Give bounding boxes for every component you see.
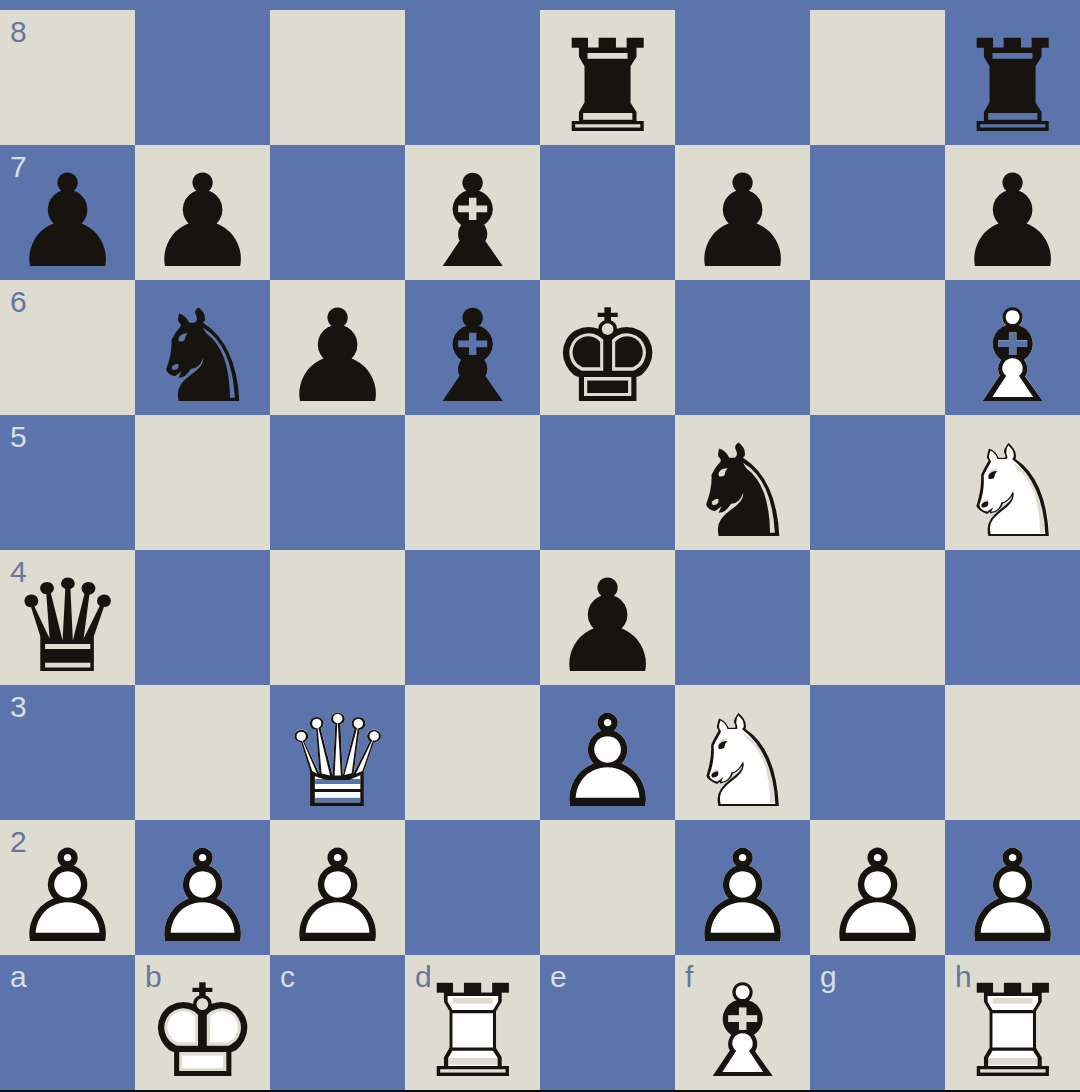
piece-glyph: ♟: [145, 157, 260, 285]
white-knight[interactable]: ♞♘: [945, 415, 1080, 550]
square-f8[interactable]: [675, 10, 810, 145]
black-pawn[interactable]: ♟: [0, 145, 135, 280]
square-c7[interactable]: [270, 145, 405, 280]
square-c3[interactable]: ♛♕: [270, 685, 405, 820]
piece-outline-glyph: ♕: [280, 697, 395, 825]
white-pawn[interactable]: ♟♙: [675, 820, 810, 955]
square-c1[interactable]: c: [270, 955, 405, 1090]
piece-glyph: ♜: [550, 22, 665, 150]
square-c8[interactable]: [270, 10, 405, 145]
square-h1[interactable]: h♜♖: [945, 955, 1080, 1090]
white-rook[interactable]: ♜♖: [405, 955, 540, 1090]
coordinate-label: 6: [10, 287, 27, 317]
square-d7[interactable]: ♝: [405, 145, 540, 280]
black-bishop[interactable]: ♝: [405, 280, 540, 415]
piece-outline-glyph: ♙: [685, 832, 800, 960]
piece-glyph: ♟: [10, 157, 125, 285]
piece-glyph: ♟: [685, 157, 800, 285]
white-pawn[interactable]: ♟♙: [135, 820, 270, 955]
piece-glyph: ♚: [550, 292, 665, 420]
chess-app-screen: 8♜♜7♟♟♝♟♟6♞♟♝♚♝♗5♞♞♘4♛♟3♛♕♟♙♞♘2♟♙♟♙♟♙♟♙♟…: [0, 0, 1080, 1092]
white-pawn[interactable]: ♟♙: [945, 820, 1080, 955]
square-d8[interactable]: [405, 10, 540, 145]
piece-outline-glyph: ♙: [550, 697, 665, 825]
square-c4[interactable]: [270, 550, 405, 685]
square-h4[interactable]: [945, 550, 1080, 685]
square-a6[interactable]: 6: [0, 280, 135, 415]
square-d1[interactable]: d♜♖: [405, 955, 540, 1090]
white-pawn[interactable]: ♟♙: [810, 820, 945, 955]
piece-outline-glyph: ♗: [685, 967, 800, 1092]
square-d6[interactable]: ♝: [405, 280, 540, 415]
coordinate-label: a: [10, 962, 27, 992]
square-d4[interactable]: [405, 550, 540, 685]
square-a2[interactable]: 2♟♙: [0, 820, 135, 955]
piece-glyph: ♝: [415, 157, 530, 285]
white-pawn[interactable]: ♟♙: [0, 820, 135, 955]
black-knight[interactable]: ♞: [135, 280, 270, 415]
piece-outline-glyph: ♗: [955, 292, 1070, 420]
white-queen[interactable]: ♛♕: [270, 685, 405, 820]
square-h5[interactable]: ♞♘: [945, 415, 1080, 550]
white-pawn[interactable]: ♟♙: [270, 820, 405, 955]
square-a4[interactable]: 4♛: [0, 550, 135, 685]
square-g4[interactable]: [810, 550, 945, 685]
square-e7[interactable]: [540, 145, 675, 280]
black-pawn[interactable]: ♟: [540, 550, 675, 685]
piece-glyph: ♟: [550, 562, 665, 690]
square-e3[interactable]: ♟♙: [540, 685, 675, 820]
square-d2[interactable]: [405, 820, 540, 955]
piece-outline-glyph: ♘: [955, 427, 1070, 555]
square-g2[interactable]: ♟♙: [810, 820, 945, 955]
square-g5[interactable]: [810, 415, 945, 550]
square-h2[interactable]: ♟♙: [945, 820, 1080, 955]
white-knight[interactable]: ♞♘: [675, 685, 810, 820]
square-e8[interactable]: ♜: [540, 10, 675, 145]
black-king[interactable]: ♚: [540, 280, 675, 415]
square-f5[interactable]: ♞: [675, 415, 810, 550]
piece-glyph: ♛: [10, 562, 125, 690]
black-bishop[interactable]: ♝: [405, 145, 540, 280]
piece-outline-glyph: ♖: [415, 967, 530, 1092]
square-e6[interactable]: ♚: [540, 280, 675, 415]
black-pawn[interactable]: ♟: [135, 145, 270, 280]
square-a3[interactable]: 3: [0, 685, 135, 820]
square-b3[interactable]: [135, 685, 270, 820]
white-pawn[interactable]: ♟♙: [540, 685, 675, 820]
piece-outline-glyph: ♙: [820, 832, 935, 960]
piece-glyph: ♜: [955, 22, 1070, 150]
piece-outline-glyph: ♘: [685, 697, 800, 825]
black-pawn[interactable]: ♟: [945, 145, 1080, 280]
square-d5[interactable]: [405, 415, 540, 550]
square-b8[interactable]: [135, 10, 270, 145]
white-rook[interactable]: ♜♖: [945, 955, 1080, 1090]
square-g1[interactable]: g: [810, 955, 945, 1090]
square-g7[interactable]: [810, 145, 945, 280]
white-bishop[interactable]: ♝♗: [945, 280, 1080, 415]
square-b6[interactable]: ♞: [135, 280, 270, 415]
piece-outline-glyph: ♙: [280, 832, 395, 960]
square-h3[interactable]: [945, 685, 1080, 820]
black-pawn[interactable]: ♟: [270, 280, 405, 415]
piece-outline-glyph: ♙: [145, 832, 260, 960]
coordinate-label: c: [280, 962, 295, 992]
black-rook[interactable]: ♜: [540, 10, 675, 145]
square-g8[interactable]: [810, 10, 945, 145]
piece-outline-glyph: ♙: [955, 832, 1070, 960]
square-d3[interactable]: [405, 685, 540, 820]
white-bishop[interactable]: ♝♗: [675, 955, 810, 1090]
coordinate-label: e: [550, 962, 567, 992]
coordinate-label: g: [820, 962, 837, 992]
square-a8[interactable]: 8: [0, 10, 135, 145]
square-b1[interactable]: b♚♔: [135, 955, 270, 1090]
square-b4[interactable]: [135, 550, 270, 685]
square-h8[interactable]: ♜: [945, 10, 1080, 145]
square-b7[interactable]: ♟: [135, 145, 270, 280]
piece-glyph: ♝: [415, 292, 530, 420]
top-bar-edge: [0, 0, 1080, 10]
square-a1[interactable]: a: [0, 955, 135, 1090]
piece-outline-glyph: ♖: [955, 967, 1070, 1092]
piece-glyph: ♞: [685, 427, 800, 555]
square-f2[interactable]: ♟♙: [675, 820, 810, 955]
square-a5[interactable]: 5: [0, 415, 135, 550]
black-rook[interactable]: ♜: [945, 10, 1080, 145]
square-f4[interactable]: [675, 550, 810, 685]
square-c5[interactable]: [270, 415, 405, 550]
square-g6[interactable]: [810, 280, 945, 415]
square-h7[interactable]: ♟: [945, 145, 1080, 280]
square-c6[interactable]: ♟: [270, 280, 405, 415]
black-queen[interactable]: ♛: [0, 550, 135, 685]
square-b5[interactable]: [135, 415, 270, 550]
square-b2[interactable]: ♟♙: [135, 820, 270, 955]
black-knight[interactable]: ♞: [675, 415, 810, 550]
square-e2[interactable]: [540, 820, 675, 955]
square-g3[interactable]: [810, 685, 945, 820]
square-h6[interactable]: ♝♗: [945, 280, 1080, 415]
coordinate-label: 3: [10, 692, 27, 722]
coordinate-label: 5: [10, 422, 27, 452]
piece-outline-glyph: ♔: [145, 967, 260, 1092]
coordinate-label: 8: [10, 17, 27, 47]
square-e1[interactable]: e: [540, 955, 675, 1090]
black-pawn[interactable]: ♟: [675, 145, 810, 280]
piece-glyph: ♟: [955, 157, 1070, 285]
piece-glyph: ♟: [280, 292, 395, 420]
square-f7[interactable]: ♟: [675, 145, 810, 280]
square-c2[interactable]: ♟♙: [270, 820, 405, 955]
square-f6[interactable]: [675, 280, 810, 415]
square-f3[interactable]: ♞♘: [675, 685, 810, 820]
white-king[interactable]: ♚♔: [135, 955, 270, 1090]
square-e4[interactable]: ♟: [540, 550, 675, 685]
board: 8♜♜7♟♟♝♟♟6♞♟♝♚♝♗5♞♞♘4♛♟3♛♕♟♙♞♘2♟♙♟♙♟♙♟♙♟…: [0, 10, 1080, 1090]
piece-outline-glyph: ♙: [10, 832, 125, 960]
piece-glyph: ♞: [145, 292, 260, 420]
square-f1[interactable]: f♝♗: [675, 955, 810, 1090]
square-e5[interactable]: [540, 415, 675, 550]
square-a7[interactable]: 7♟: [0, 145, 135, 280]
